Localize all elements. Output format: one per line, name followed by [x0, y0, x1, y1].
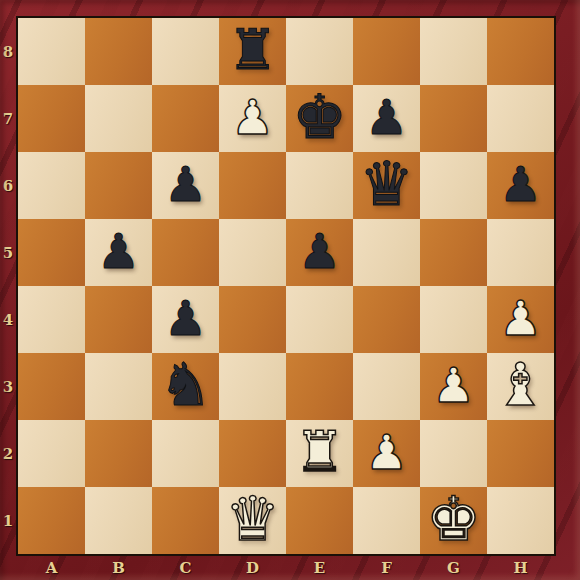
rank-label-1: 1: [0, 487, 16, 554]
rank-label-5: 5: [0, 219, 16, 286]
piece-white-pawn[interactable]: ♟: [432, 361, 475, 409]
square-g5[interactable]: [420, 219, 487, 286]
rank-label-6: 6: [0, 152, 16, 219]
rank-label-2: 2: [0, 420, 16, 487]
piece-black-king[interactable]: ♚: [292, 86, 347, 147]
square-a3[interactable]: [18, 353, 85, 420]
file-label-h: H: [487, 558, 554, 578]
file-label-c: C: [152, 558, 219, 578]
rank-label-3: 3: [0, 353, 16, 420]
square-c4[interactable]: ♟: [152, 286, 219, 353]
square-e8[interactable]: [286, 18, 353, 85]
square-c6[interactable]: ♟: [152, 152, 219, 219]
piece-white-queen[interactable]: ♛: [225, 488, 280, 549]
square-d7[interactable]: ♟: [219, 85, 286, 152]
square-d2[interactable]: [219, 420, 286, 487]
square-e1[interactable]: [286, 487, 353, 554]
square-e6[interactable]: [286, 152, 353, 219]
square-h8[interactable]: [487, 18, 554, 85]
square-b6[interactable]: [85, 152, 152, 219]
piece-white-pawn[interactable]: ♟: [231, 93, 274, 141]
square-a7[interactable]: [18, 85, 85, 152]
square-b4[interactable]: [85, 286, 152, 353]
square-c1[interactable]: [152, 487, 219, 554]
square-h6[interactable]: ♟: [487, 152, 554, 219]
square-c8[interactable]: [152, 18, 219, 85]
square-b3[interactable]: [85, 353, 152, 420]
square-g6[interactable]: [420, 152, 487, 219]
piece-black-pawn[interactable]: ♟: [499, 160, 542, 208]
square-a6[interactable]: [18, 152, 85, 219]
square-a2[interactable]: [18, 420, 85, 487]
square-e5[interactable]: ♟: [286, 219, 353, 286]
piece-black-rook[interactable]: ♜: [227, 22, 277, 78]
square-b2[interactable]: [85, 420, 152, 487]
square-g3[interactable]: ♟: [420, 353, 487, 420]
square-f2[interactable]: ♟: [353, 420, 420, 487]
piece-white-rook[interactable]: ♜: [294, 424, 344, 480]
square-g7[interactable]: [420, 85, 487, 152]
square-b7[interactable]: [85, 85, 152, 152]
square-f5[interactable]: [353, 219, 420, 286]
square-e3[interactable]: [286, 353, 353, 420]
square-h5[interactable]: [487, 219, 554, 286]
file-label-a: A: [18, 558, 85, 578]
square-g8[interactable]: [420, 18, 487, 85]
square-c7[interactable]: [152, 85, 219, 152]
square-f3[interactable]: [353, 353, 420, 420]
square-g2[interactable]: [420, 420, 487, 487]
square-g1[interactable]: ♚: [420, 487, 487, 554]
square-a4[interactable]: [18, 286, 85, 353]
piece-white-bishop[interactable]: ♝: [494, 355, 547, 414]
square-h3[interactable]: ♝: [487, 353, 554, 420]
piece-black-pawn[interactable]: ♟: [164, 294, 207, 342]
square-f4[interactable]: [353, 286, 420, 353]
square-e7[interactable]: ♚: [286, 85, 353, 152]
square-a8[interactable]: [18, 18, 85, 85]
square-d6[interactable]: [219, 152, 286, 219]
piece-black-knight[interactable]: ♞: [159, 355, 212, 414]
square-b8[interactable]: [85, 18, 152, 85]
square-h1[interactable]: [487, 487, 554, 554]
square-a1[interactable]: [18, 487, 85, 554]
file-label-b: B: [85, 558, 152, 578]
rank-label-7: 7: [0, 85, 16, 152]
square-e4[interactable]: [286, 286, 353, 353]
square-c2[interactable]: [152, 420, 219, 487]
chess-board-screenshot: ♜♟♚♟♟♛♟♟♟♟♟♞♟♝♜♟♛♚ 8A7B6C5D4E3F2G1H: [0, 0, 580, 580]
piece-black-pawn[interactable]: ♟: [97, 227, 140, 275]
square-c5[interactable]: [152, 219, 219, 286]
square-d3[interactable]: [219, 353, 286, 420]
square-h7[interactable]: [487, 85, 554, 152]
piece-black-queen[interactable]: ♛: [359, 153, 414, 214]
square-c3[interactable]: ♞: [152, 353, 219, 420]
file-label-g: G: [420, 558, 487, 578]
square-d5[interactable]: [219, 219, 286, 286]
square-d1[interactable]: ♛: [219, 487, 286, 554]
piece-black-pawn[interactable]: ♟: [365, 93, 408, 141]
rank-label-8: 8: [0, 18, 16, 85]
file-label-d: D: [219, 558, 286, 578]
piece-black-pawn[interactable]: ♟: [298, 227, 341, 275]
rank-label-4: 4: [0, 286, 16, 353]
file-label-f: F: [353, 558, 420, 578]
square-e2[interactable]: ♜: [286, 420, 353, 487]
square-a5[interactable]: [18, 219, 85, 286]
square-b5[interactable]: ♟: [85, 219, 152, 286]
square-f6[interactable]: ♛: [353, 152, 420, 219]
square-h2[interactable]: [487, 420, 554, 487]
square-d8[interactable]: ♜: [219, 18, 286, 85]
square-h4[interactable]: ♟: [487, 286, 554, 353]
piece-black-pawn[interactable]: ♟: [164, 160, 207, 208]
square-g4[interactable]: [420, 286, 487, 353]
piece-white-king[interactable]: ♚: [426, 488, 481, 549]
square-b1[interactable]: [85, 487, 152, 554]
square-f8[interactable]: [353, 18, 420, 85]
square-f7[interactable]: ♟: [353, 85, 420, 152]
piece-white-pawn[interactable]: ♟: [499, 294, 542, 342]
square-f1[interactable]: [353, 487, 420, 554]
square-d4[interactable]: [219, 286, 286, 353]
piece-white-pawn[interactable]: ♟: [365, 428, 408, 476]
chess-board: ♜♟♚♟♟♛♟♟♟♟♟♞♟♝♜♟♛♚: [16, 16, 556, 556]
file-label-e: E: [286, 558, 353, 578]
